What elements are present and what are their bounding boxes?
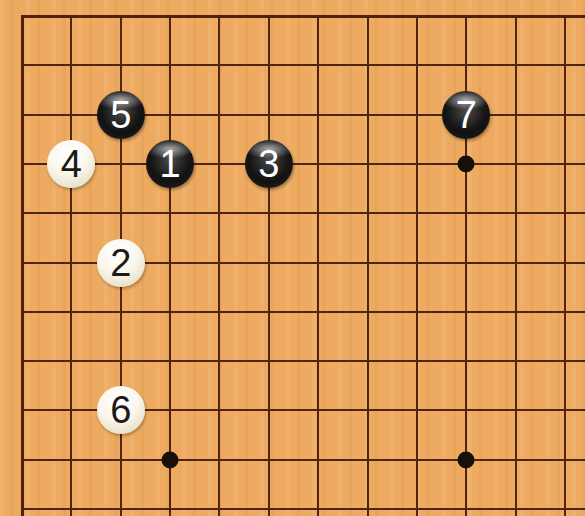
stone-white-move-2: 2 [97, 239, 145, 287]
grid-line-vertical [515, 15, 517, 516]
stone-white-move-6: 6 [97, 386, 145, 434]
grid-line-vertical [218, 15, 220, 516]
grid-line-horizontal [21, 360, 585, 362]
stone-black-move-5: 5 [97, 91, 145, 139]
go-board[interactable]: 1234567 [0, 0, 585, 516]
grid-line-vertical [564, 15, 566, 516]
stone-black-move-3: 3 [245, 140, 293, 188]
grid-line-horizontal [21, 508, 585, 510]
move-number-label: 6 [110, 391, 131, 429]
move-number-label: 7 [456, 96, 477, 134]
grid-line-horizontal [21, 459, 585, 461]
move-number-label: 4 [61, 145, 82, 183]
grid-line-horizontal [21, 311, 585, 313]
grid-line-vertical [367, 15, 369, 516]
move-number-label: 5 [110, 96, 131, 134]
stone-black-move-1: 1 [146, 140, 194, 188]
grid-line-vertical [169, 15, 171, 516]
grid-line-horizontal [21, 15, 585, 18]
grid-line-vertical [21, 15, 24, 516]
stone-white-move-4: 4 [47, 140, 95, 188]
grid-line-horizontal [21, 64, 585, 66]
grid-line-vertical [268, 15, 270, 516]
grid-line-vertical [416, 15, 418, 516]
move-number-label: 2 [110, 244, 131, 282]
grid-line-vertical [317, 15, 319, 516]
move-number-label: 3 [258, 145, 279, 183]
grid-line-vertical [70, 15, 72, 516]
star-point-k10 [458, 451, 475, 468]
grid-line-horizontal [21, 163, 585, 165]
star-point-k16 [458, 155, 475, 172]
stone-black-move-7: 7 [442, 91, 490, 139]
grid-line-horizontal [21, 212, 585, 214]
move-number-label: 1 [160, 145, 181, 183]
star-point-d10 [162, 451, 179, 468]
